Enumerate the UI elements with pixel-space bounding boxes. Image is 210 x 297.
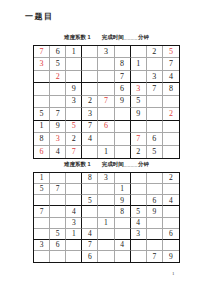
sudoku-cell-r3c3 bbox=[66, 195, 82, 206]
sudoku-cell-r4c2 bbox=[50, 83, 66, 95]
sudoku-cell-r9c3: 7 bbox=[66, 146, 82, 158]
sudoku-cell-r7c3 bbox=[66, 240, 82, 251]
sudoku-cell-r6c9: 6 bbox=[163, 229, 179, 240]
sudoku-cell-r6c8 bbox=[147, 108, 163, 120]
sudoku-cell-r3c5 bbox=[98, 195, 114, 206]
sudoku-cell-r8c5 bbox=[98, 133, 114, 145]
sudoku-cell-r8c2 bbox=[50, 251, 66, 262]
sudoku-cell-r3c3 bbox=[66, 71, 82, 83]
sudoku-cell-r4c5 bbox=[98, 83, 114, 95]
sudoku-cell-r7c7 bbox=[131, 240, 147, 251]
sudoku-cell-r7c1: 1 bbox=[34, 121, 50, 133]
sudoku-cell-r2c7 bbox=[131, 184, 147, 195]
sudoku-cell-r6c6 bbox=[115, 229, 131, 240]
sudoku-cell-r1c5: 3 bbox=[98, 46, 114, 58]
sudoku-cell-r3c1 bbox=[34, 71, 50, 83]
sudoku-cell-r1c4 bbox=[82, 46, 98, 58]
sudoku-cell-r5c9 bbox=[163, 218, 179, 229]
sudoku-cell-r2c2: 7 bbox=[50, 184, 66, 195]
sudoku-cell-r1c9: 2 bbox=[163, 173, 179, 184]
sudoku-cell-r5c8 bbox=[147, 218, 163, 229]
sudoku-cell-r2c8 bbox=[147, 58, 163, 70]
sudoku-cell-r1c6 bbox=[115, 46, 131, 58]
sudoku-cell-r3c8: 6 bbox=[147, 195, 163, 206]
sudoku-cell-r1c6 bbox=[115, 173, 131, 184]
sudoku-cell-r1c7 bbox=[131, 46, 147, 58]
sudoku-cell-r7c4: 7 bbox=[82, 240, 98, 251]
sudoku-cell-r2c4 bbox=[82, 58, 98, 70]
worksheet-page: 一题目 难度系数 1完成时间____分钟 7613253581727349637… bbox=[0, 0, 210, 297]
sudoku-cell-r7c8 bbox=[147, 240, 163, 251]
sudoku-cell-r8c1 bbox=[34, 251, 50, 262]
page-title: 一题目 bbox=[25, 11, 54, 22]
sudoku-cell-r4c4 bbox=[82, 83, 98, 95]
minutes-label: 分钟 bbox=[138, 34, 149, 40]
difficulty-label: 难度系数 1 bbox=[64, 34, 91, 40]
sudoku-cell-r4c6: 8 bbox=[115, 206, 131, 217]
sudoku-cell-r9c9 bbox=[163, 146, 179, 158]
sudoku-cell-r9c4 bbox=[82, 146, 98, 158]
sudoku-cell-r8c6 bbox=[115, 133, 131, 145]
sudoku-cell-r3c4 bbox=[82, 71, 98, 83]
sudoku-cell-r6c4: 4 bbox=[82, 229, 98, 240]
sudoku-cell-r4c9 bbox=[163, 206, 179, 217]
sudoku-cell-r2c4 bbox=[82, 184, 98, 195]
sudoku-cell-r5c6 bbox=[115, 218, 131, 229]
sudoku-cell-r2c7: 1 bbox=[131, 58, 147, 70]
sudoku-cell-r3c5 bbox=[98, 71, 114, 83]
minutes-label: 分钟 bbox=[138, 161, 149, 167]
sudoku-cell-r5c9 bbox=[163, 96, 179, 108]
difficulty-label: 难度系数 1 bbox=[64, 161, 91, 167]
sudoku-cell-r7c8 bbox=[147, 121, 163, 133]
sudoku-cell-r1c2: 6 bbox=[50, 46, 66, 58]
sudoku-cell-r1c5: 3 bbox=[98, 173, 114, 184]
sudoku-cell-r4c4 bbox=[82, 206, 98, 217]
sudoku-cell-r7c6 bbox=[115, 121, 131, 133]
sudoku-cell-r2c1: 5 bbox=[34, 184, 50, 195]
completion-time-label: 完成时间 bbox=[102, 34, 124, 40]
sudoku-cell-r7c1: 3 bbox=[34, 240, 50, 251]
sudoku-cell-r6c6 bbox=[115, 108, 131, 120]
sudoku-cell-r6c2: 5 bbox=[50, 229, 66, 240]
sudoku-cell-r5c8 bbox=[147, 96, 163, 108]
sudoku-cell-r7c9 bbox=[163, 121, 179, 133]
sudoku-cell-r5c5: 1 bbox=[98, 218, 114, 229]
sudoku-cell-r9c2: 4 bbox=[50, 146, 66, 158]
sudoku-cell-r4c7: 3 bbox=[131, 83, 147, 95]
sudoku-cell-r8c8: 7 bbox=[147, 251, 163, 262]
sudoku-cell-r6c7: 3 bbox=[131, 229, 147, 240]
sudoku-cell-r3c7 bbox=[131, 71, 147, 83]
sudoku-cell-r3c1 bbox=[34, 195, 50, 206]
sudoku-cell-r8c1: 8 bbox=[34, 133, 50, 145]
sudoku-cell-r6c7: 9 bbox=[131, 108, 147, 120]
sudoku-cell-r3c4: 5 bbox=[82, 195, 98, 206]
sudoku-cell-r8c5 bbox=[98, 251, 114, 262]
sudoku-cell-r4c1: 7 bbox=[34, 206, 50, 217]
sudoku-cell-r2c1: 3 bbox=[34, 58, 50, 70]
sudoku-grid-2: 1832571596474859314514363674679 bbox=[33, 172, 180, 263]
sudoku-cell-r6c5 bbox=[98, 229, 114, 240]
sudoku-cell-r3c9: 4 bbox=[163, 195, 179, 206]
sudoku-cell-r8c8: 6 bbox=[147, 133, 163, 145]
sudoku-cell-r8c4: 6 bbox=[82, 251, 98, 262]
sudoku-cell-r4c3: 9 bbox=[66, 83, 82, 95]
sudoku-cell-r1c8: 2 bbox=[147, 46, 163, 58]
sudoku-cell-r5c6: 9 bbox=[115, 96, 131, 108]
sudoku-cell-r2c9: 7 bbox=[163, 58, 179, 70]
sudoku-cell-r5c4 bbox=[82, 218, 98, 229]
sudoku-cell-r6c8 bbox=[147, 229, 163, 240]
time-blank: ____ bbox=[124, 34, 138, 40]
sudoku-cell-r1c8 bbox=[147, 173, 163, 184]
sudoku-cell-r8c3 bbox=[66, 251, 82, 262]
sudoku-cell-r2c9 bbox=[163, 184, 179, 195]
sudoku-grid-1: 7613253581727349637832795573921957683247… bbox=[33, 45, 180, 159]
sudoku-cell-r3c6: 7 bbox=[115, 71, 131, 83]
sudoku-cell-r3c2 bbox=[50, 195, 66, 206]
sudoku-cell-r3c9: 4 bbox=[163, 71, 179, 83]
sudoku-cell-r2c6: 8 bbox=[115, 58, 131, 70]
sudoku-cell-r4c8: 9 bbox=[147, 206, 163, 217]
sudoku-cell-r5c5: 7 bbox=[98, 96, 114, 108]
sudoku-cell-r5c3: 3 bbox=[66, 96, 82, 108]
sudoku-cell-r5c7: 5 bbox=[131, 96, 147, 108]
sudoku-cell-r2c8 bbox=[147, 184, 163, 195]
sudoku-cell-r8c2: 3 bbox=[50, 133, 66, 145]
sudoku-cell-r2c5 bbox=[98, 184, 114, 195]
sudoku-cell-r1c9: 5 bbox=[163, 46, 179, 58]
sudoku-cell-r6c3 bbox=[66, 108, 82, 120]
sudoku-cell-r5c2 bbox=[50, 218, 66, 229]
sudoku-cell-r6c9: 2 bbox=[163, 108, 179, 120]
sudoku-cell-r1c3 bbox=[66, 173, 82, 184]
sudoku-cell-r4c1 bbox=[34, 83, 50, 95]
sudoku-cell-r7c7 bbox=[131, 121, 147, 133]
puzzle-1-header: 难度系数 1完成时间____分钟 bbox=[33, 33, 180, 45]
page-number: 1 bbox=[172, 271, 175, 276]
sudoku-cell-r8c4: 4 bbox=[82, 133, 98, 145]
sudoku-cell-r7c2: 6 bbox=[50, 240, 66, 251]
sudoku-cell-r5c3: 3 bbox=[66, 218, 82, 229]
sudoku-cell-r4c8: 7 bbox=[147, 83, 163, 95]
sudoku-cell-r6c1: 5 bbox=[34, 108, 50, 120]
sudoku-cell-r3c6: 9 bbox=[115, 195, 131, 206]
sudoku-cell-r7c9 bbox=[163, 240, 179, 251]
sudoku-cell-r4c7: 5 bbox=[131, 206, 147, 217]
sudoku-cell-r3c7 bbox=[131, 195, 147, 206]
sudoku-cell-r3c8: 3 bbox=[147, 71, 163, 83]
sudoku-cell-r6c2: 7 bbox=[50, 108, 66, 120]
puzzle-2-header: 难度系数 1完成时间____分钟 bbox=[33, 160, 180, 172]
sudoku-cell-r1c3: 1 bbox=[66, 46, 82, 58]
sudoku-cell-r5c1 bbox=[34, 96, 50, 108]
sudoku-cell-r5c7: 4 bbox=[131, 218, 147, 229]
sudoku-cell-r5c2 bbox=[50, 96, 66, 108]
sudoku-cell-r7c4: 7 bbox=[82, 121, 98, 133]
sudoku-cell-r9c5: 1 bbox=[98, 146, 114, 158]
sudoku-cell-r6c1 bbox=[34, 229, 50, 240]
sudoku-cell-r1c4: 8 bbox=[82, 173, 98, 184]
completion-time-label: 完成时间 bbox=[102, 161, 124, 167]
sudoku-cell-r4c9: 8 bbox=[163, 83, 179, 95]
sudoku-cell-r2c3 bbox=[66, 184, 82, 195]
sudoku-cell-r6c4: 3 bbox=[82, 108, 98, 120]
sudoku-cell-r3c2: 2 bbox=[50, 71, 66, 83]
sudoku-cell-r4c2 bbox=[50, 206, 66, 217]
sudoku-cell-r7c5 bbox=[98, 240, 114, 251]
sudoku-cell-r2c3 bbox=[66, 58, 82, 70]
sudoku-cell-r6c5 bbox=[98, 108, 114, 120]
sudoku-cell-r8c7 bbox=[131, 251, 147, 262]
sudoku-cell-r5c4: 2 bbox=[82, 96, 98, 108]
sudoku-cell-r1c1: 1 bbox=[34, 173, 50, 184]
sudoku-cell-r4c6: 6 bbox=[115, 83, 131, 95]
sudoku-cell-r5c1 bbox=[34, 218, 50, 229]
sudoku-cell-r7c2: 9 bbox=[50, 121, 66, 133]
sudoku-cell-r8c6 bbox=[115, 251, 131, 262]
sudoku-cell-r2c6: 1 bbox=[115, 184, 131, 195]
sudoku-cell-r7c5: 6 bbox=[98, 121, 114, 133]
sudoku-puzzle-1: 难度系数 1完成时间____分钟 76132535817273496378327… bbox=[33, 33, 180, 159]
time-blank: ____ bbox=[124, 161, 138, 167]
sudoku-cell-r1c1: 7 bbox=[34, 46, 50, 58]
sudoku-cell-r9c1: 6 bbox=[34, 146, 50, 158]
sudoku-cell-r8c3: 2 bbox=[66, 133, 82, 145]
sudoku-puzzle-2: 难度系数 1完成时间____分钟 18325715964748593145143… bbox=[33, 160, 180, 263]
sudoku-cell-r1c7 bbox=[131, 173, 147, 184]
sudoku-cell-r8c9 bbox=[163, 133, 179, 145]
sudoku-cell-r8c7: 7 bbox=[131, 133, 147, 145]
sudoku-cell-r2c5 bbox=[98, 58, 114, 70]
sudoku-cell-r1c2 bbox=[50, 173, 66, 184]
sudoku-cell-r4c3: 4 bbox=[66, 206, 82, 217]
sudoku-cell-r2c2: 5 bbox=[50, 58, 66, 70]
sudoku-cell-r4c5 bbox=[98, 206, 114, 217]
sudoku-cell-r9c6 bbox=[115, 146, 131, 158]
sudoku-cell-r6c3: 1 bbox=[66, 229, 82, 240]
sudoku-cell-r9c7: 2 bbox=[131, 146, 147, 158]
sudoku-cell-r8c9: 9 bbox=[163, 251, 179, 262]
sudoku-cell-r7c3: 5 bbox=[66, 121, 82, 133]
sudoku-cell-r9c8: 5 bbox=[147, 146, 163, 158]
sudoku-cell-r7c6: 4 bbox=[115, 240, 131, 251]
